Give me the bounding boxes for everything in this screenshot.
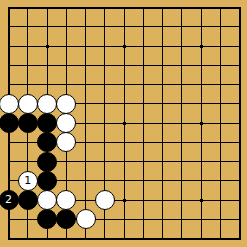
grid-line-vertical: [143, 7, 144, 240]
black-stone: [37, 132, 57, 152]
white-stone: [56, 190, 76, 210]
white-stone: [95, 190, 115, 210]
grid-line-vertical: [239, 7, 241, 240]
star-point: [200, 199, 203, 202]
black-stone: [37, 113, 57, 133]
white-stone: [56, 94, 76, 114]
black-stone: [37, 209, 57, 229]
star-point: [123, 199, 126, 202]
star-point: [123, 45, 126, 48]
star-point: [123, 122, 126, 125]
black-stone: [18, 113, 38, 133]
white-stone: [56, 132, 76, 152]
white-stone: [37, 94, 57, 114]
white-stone: [76, 209, 96, 229]
white-stone: [37, 190, 57, 210]
star-point: [200, 45, 203, 48]
black-stone: [37, 171, 57, 191]
star-point: [46, 45, 49, 48]
black-stone: [56, 209, 76, 229]
grid-line-vertical: [162, 7, 163, 240]
grid-line-vertical: [220, 7, 221, 240]
go-board[interactable]: 21: [0, 0, 247, 247]
black-stone: [37, 152, 57, 172]
grid-line-vertical: [181, 7, 182, 240]
black-stone: [18, 190, 38, 210]
white-stone: [0, 94, 19, 114]
black-stone-move-2: 2: [0, 190, 19, 210]
star-point: [200, 122, 203, 125]
white-stone: [56, 113, 76, 133]
white-stone-move-1: 1: [18, 171, 38, 191]
black-stone: [0, 113, 19, 133]
grid-line-horizontal: [8, 238, 241, 240]
white-stone: [18, 94, 38, 114]
